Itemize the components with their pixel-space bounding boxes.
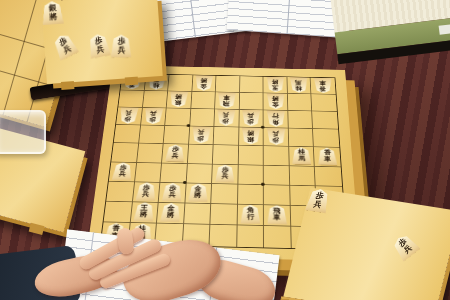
board-cell-4-2[interactable] xyxy=(239,93,263,111)
piece-pawn[interactable]: 歩兵 xyxy=(217,110,236,127)
hoshi-dot xyxy=(261,183,265,186)
board-cell-4-6[interactable] xyxy=(238,165,264,185)
piece-bishop[interactable]: 角行 xyxy=(266,111,285,128)
piece-kanji: 將 xyxy=(201,77,208,83)
board-cell-6-2[interactable] xyxy=(191,92,216,110)
piece-kanji: 歩 xyxy=(149,116,156,122)
piece-pawn[interactable]: 歩兵 xyxy=(119,108,139,124)
piece-kanji: 兵 xyxy=(142,191,150,198)
piece-kanji: 兵 xyxy=(95,45,104,55)
board-cell-8-2[interactable] xyxy=(142,91,168,109)
tatami-bench xyxy=(330,0,450,66)
piece-kanji: 將 xyxy=(248,130,255,136)
piece-silver[interactable]: 銀將 xyxy=(169,91,188,107)
board-cell-7-8[interactable]: 金將 xyxy=(157,203,185,224)
piece-kanji: 兵 xyxy=(272,131,279,137)
sheet-rule xyxy=(287,0,291,34)
piece-kanji: 馬 xyxy=(298,156,305,163)
board-cell-9-2[interactable] xyxy=(118,90,144,108)
board-cell-1-1[interactable]: 香車 xyxy=(311,78,336,95)
piece-pawn[interactable]: 歩兵 xyxy=(242,110,261,127)
piece-kanji: 兵 xyxy=(198,129,205,135)
board-cell-6-1[interactable]: 金將 xyxy=(192,75,217,92)
board-cell-7-4[interactable] xyxy=(164,126,190,145)
piece-silver[interactable]: 銀將 xyxy=(241,128,260,145)
piece-kanji: 歩 xyxy=(272,137,279,143)
piece-king[interactable]: 玉將 xyxy=(266,77,284,93)
piece-rook[interactable]: 飛車 xyxy=(267,205,288,225)
piece-kanji: 兵 xyxy=(171,153,178,160)
komadai-sente[interactable]: 歩兵歩兵歩兵 xyxy=(283,188,450,300)
piece-pawn[interactable]: 歩兵 xyxy=(162,183,183,202)
piece-king[interactable]: 王將 xyxy=(133,202,155,221)
piece-kanji: 兵 xyxy=(312,200,322,209)
board-cell-3-7[interactable] xyxy=(264,185,290,206)
board-cell-5-2[interactable]: 飛車 xyxy=(215,92,240,110)
piece-lance[interactable]: 香車 xyxy=(317,148,337,166)
board-cell-3-1[interactable]: 玉將 xyxy=(264,77,288,94)
board-cell-6-8[interactable] xyxy=(184,203,212,224)
piece-kanji: 馬 xyxy=(153,76,160,82)
piece-gold[interactable]: 金將 xyxy=(194,75,213,91)
board-cell-9-8[interactable] xyxy=(104,201,133,222)
board-cell-2-3[interactable] xyxy=(288,111,313,129)
piece-kanji: 角 xyxy=(272,119,279,125)
player-hands xyxy=(0,228,300,300)
board-cell-5-8[interactable] xyxy=(211,204,238,225)
board-cell-8-3[interactable]: 歩兵 xyxy=(141,108,167,126)
board-cell-9-6[interactable]: 歩兵 xyxy=(109,162,137,182)
piece-kanji: 將 xyxy=(140,212,148,219)
piece-pawn[interactable]: 歩兵 xyxy=(143,108,163,125)
board-cell-7-1[interactable] xyxy=(168,75,193,92)
piece-gold[interactable]: 金將 xyxy=(188,183,209,202)
piece-kanji: 金 xyxy=(272,101,279,107)
piece-kanji: 兵 xyxy=(168,192,176,199)
board-cell-3-5[interactable] xyxy=(264,146,290,165)
piece-kanji: 兵 xyxy=(150,110,157,116)
komadai-gote[interactable]: 歩兵歩兵歩兵歩兵銀將銀將 xyxy=(41,0,162,84)
board-cell-3-8[interactable]: 飛車 xyxy=(264,205,291,226)
board-cell-1-2[interactable] xyxy=(312,94,337,112)
piece-pawn[interactable]: 歩兵 xyxy=(165,144,185,162)
piece-pawn[interactable]: 歩兵 xyxy=(191,127,211,144)
piece-kanji: 兵 xyxy=(126,110,133,116)
piece-kanji: 車 xyxy=(320,80,327,86)
board-cell-3-3[interactable]: 角行 xyxy=(264,110,289,128)
piece-kanji: 桂 xyxy=(296,85,303,91)
piece-kanji: 行 xyxy=(247,214,254,221)
piece-kanji: 兵 xyxy=(118,171,126,178)
piece-kanji: 兵 xyxy=(117,46,125,55)
piece-pawn[interactable]: 歩兵 xyxy=(112,162,134,180)
sheet-rule xyxy=(189,0,196,37)
board-cell-8-8[interactable]: 王將 xyxy=(130,202,158,223)
piece-kanji: 香 xyxy=(320,85,327,91)
piece-pawn[interactable]: 歩兵 xyxy=(135,182,157,201)
board-cell-5-4[interactable] xyxy=(214,127,239,146)
board-cell-8-4[interactable] xyxy=(139,126,166,145)
piece-kanji: 兵 xyxy=(61,44,72,55)
board-cell-9-7[interactable] xyxy=(106,181,134,202)
piece-kanji: 將 xyxy=(167,212,175,219)
board-cell-2-4[interactable] xyxy=(289,129,315,148)
piece-kanji: 飛 xyxy=(224,100,231,106)
board-cell-2-2[interactable] xyxy=(288,94,313,112)
shogi-game-photo: 銀歩金 香車桂馬金將玉將桂馬香車銀將飛車金將歩兵歩兵歩兵歩兵角行歩兵銀將歩兵歩兵… xyxy=(0,0,450,300)
piece-kanji: 將 xyxy=(272,79,279,85)
tatami-label xyxy=(439,24,450,35)
piece-knight[interactable]: 桂馬 xyxy=(290,77,309,93)
piece-kanji: 玉 xyxy=(272,84,279,90)
piece-kanji: 歩 xyxy=(198,135,205,141)
piece-kanji: 銀 xyxy=(175,99,182,105)
board-cell-4-7[interactable] xyxy=(238,184,264,205)
board-cell-2-1[interactable]: 桂馬 xyxy=(287,77,311,94)
piece-kanji: 歩 xyxy=(248,118,255,124)
piece-kanji: 將 xyxy=(194,192,202,199)
board-cell-6-3[interactable] xyxy=(190,109,215,127)
board-cell-1-4[interactable] xyxy=(313,129,339,148)
board-cell-7-5[interactable]: 歩兵 xyxy=(162,144,189,163)
piece-kanji: 兵 xyxy=(248,112,255,118)
piece-kanji: 馬 xyxy=(295,79,302,85)
komadai-leg xyxy=(61,81,75,90)
piece-kanji: 歩 xyxy=(223,118,230,124)
piece-gold[interactable]: 金將 xyxy=(266,93,285,109)
board-cell-5-1[interactable] xyxy=(216,76,240,93)
board-cell-4-8[interactable]: 角行 xyxy=(237,204,264,225)
board-cell-3-2[interactable]: 金將 xyxy=(264,93,288,111)
board-cell-1-6[interactable] xyxy=(315,166,342,186)
piece-kanji: 銀 xyxy=(248,136,255,142)
piece-pawn[interactable]: 歩兵 xyxy=(266,128,285,145)
board-cell-4-4[interactable]: 銀將 xyxy=(239,128,264,147)
piece-kanji: 將 xyxy=(49,13,57,22)
board-cell-6-6[interactable] xyxy=(186,164,213,184)
piece-rook[interactable]: 飛車 xyxy=(218,92,237,108)
board-cell-9-5[interactable] xyxy=(111,143,138,162)
piece-kanji: 金 xyxy=(200,83,207,89)
board-cell-1-3[interactable] xyxy=(313,111,339,129)
piece-kanji: 兵 xyxy=(402,244,413,255)
board-cell-9-3[interactable]: 歩兵 xyxy=(116,107,142,125)
board-cell-5-7[interactable] xyxy=(211,184,238,205)
board-cell-8-7[interactable]: 歩兵 xyxy=(132,182,160,203)
board-cell-2-5[interactable]: 桂馬 xyxy=(289,147,315,166)
board-cell-7-7[interactable]: 歩兵 xyxy=(159,183,187,204)
komadai-leg xyxy=(125,77,139,86)
piece-kanji: 車 xyxy=(224,95,231,101)
board-cell-1-5[interactable]: 香車 xyxy=(314,147,340,166)
board-cell-9-4[interactable] xyxy=(114,125,141,144)
board-cell-3-4[interactable]: 歩兵 xyxy=(264,128,289,147)
piece-kanji: 將 xyxy=(272,96,279,102)
piece-lance[interactable]: 香車 xyxy=(314,78,333,94)
piece-kanji: 將 xyxy=(176,94,183,100)
board-cell-5-3[interactable]: 歩兵 xyxy=(214,109,239,127)
piece-kanji: 歩 xyxy=(125,116,132,122)
board-cell-2-6[interactable] xyxy=(290,166,317,186)
board-cell-3-6[interactable] xyxy=(264,165,290,185)
piece-kanji: 車 xyxy=(324,156,331,163)
piece-kanji: 行 xyxy=(272,113,279,119)
piece-pawn[interactable]: 歩兵 xyxy=(215,164,235,182)
hoshi-dot xyxy=(261,126,265,129)
piece-knight[interactable]: 桂馬 xyxy=(292,147,312,165)
board-cell-4-1[interactable] xyxy=(240,76,264,93)
board-cell-7-2[interactable]: 銀將 xyxy=(167,91,192,109)
piece-bishop[interactable]: 角行 xyxy=(240,205,260,225)
board-cell-5-6[interactable]: 歩兵 xyxy=(212,164,238,184)
board-cell-6-5[interactable] xyxy=(188,145,214,164)
board-cell-8-6[interactable] xyxy=(135,163,162,183)
board-cell-5-5[interactable] xyxy=(213,145,239,164)
piece-kanji: 兵 xyxy=(221,173,228,180)
piece-kanji: 兵 xyxy=(223,112,230,118)
piece-gold[interactable]: 金將 xyxy=(160,203,182,222)
piece-kanji: 車 xyxy=(273,215,280,222)
piece-kanji: 桂 xyxy=(153,82,160,88)
board-cell-6-7[interactable]: 金將 xyxy=(185,183,212,204)
board-cell-4-5[interactable] xyxy=(238,146,264,165)
board-cell-6-4[interactable]: 歩兵 xyxy=(189,127,215,146)
glass-cup xyxy=(0,110,46,154)
board-cell-8-5[interactable] xyxy=(137,144,164,163)
